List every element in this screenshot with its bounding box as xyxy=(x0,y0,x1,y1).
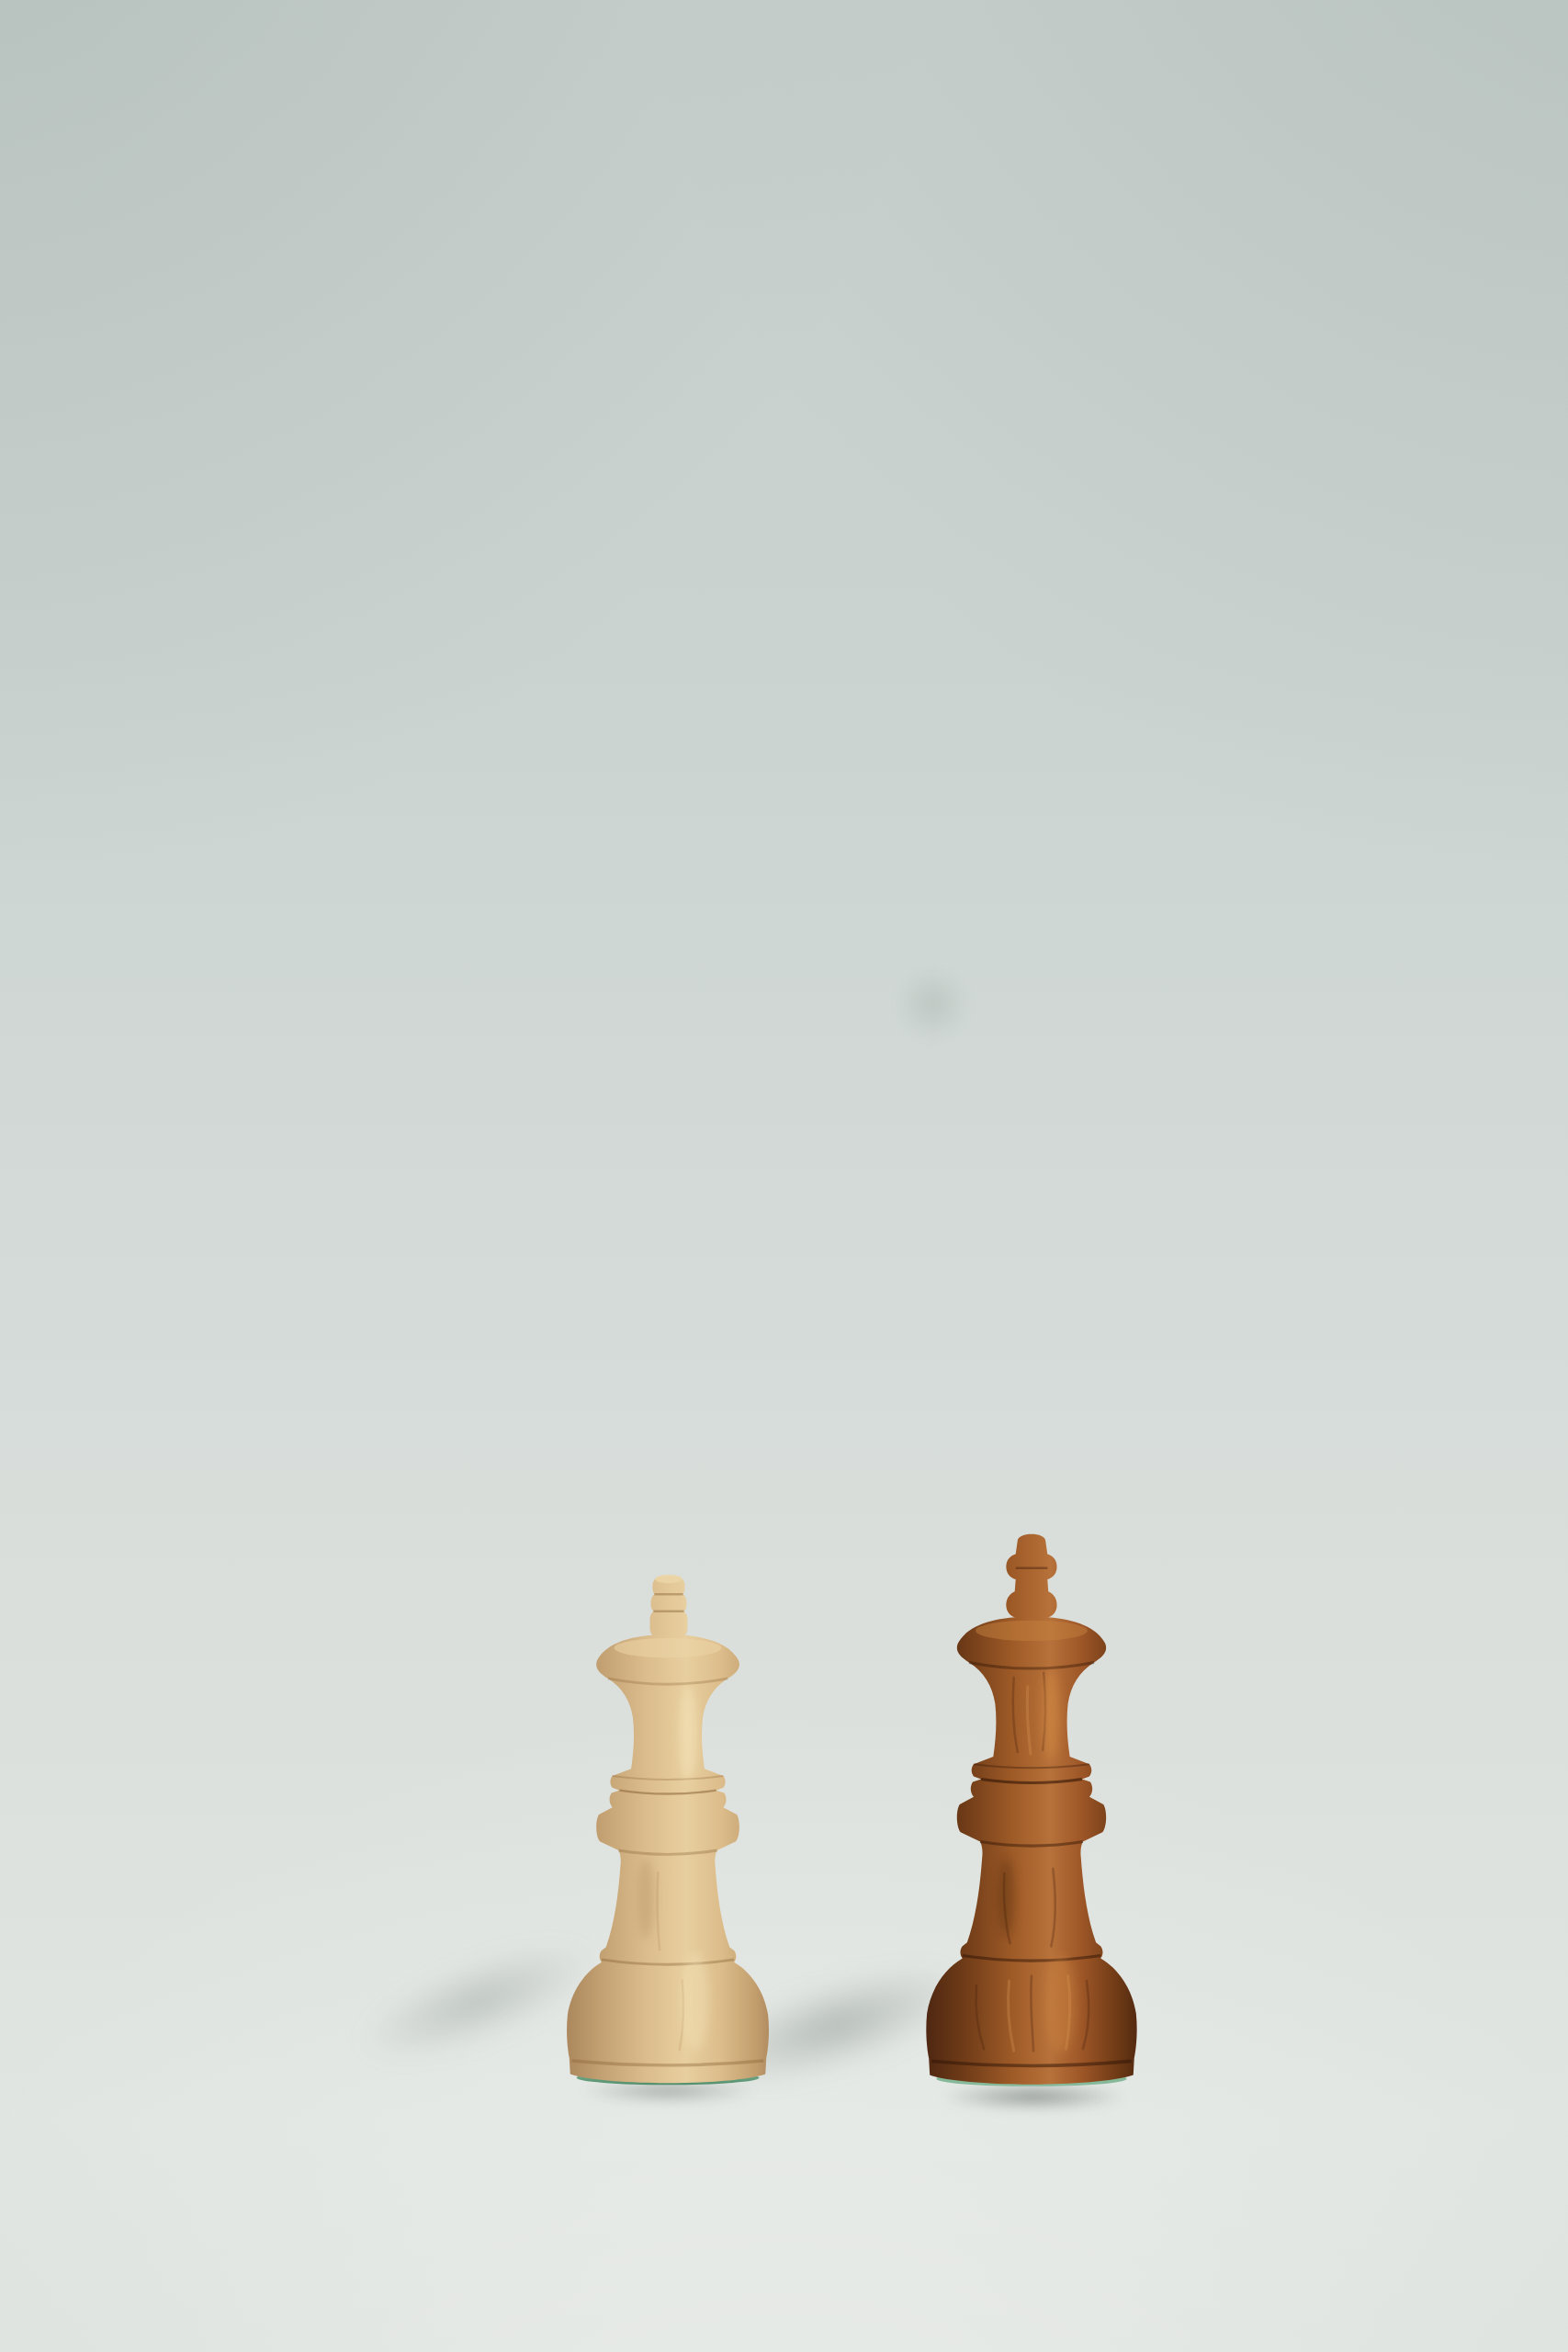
white-king-piece xyxy=(561,1567,776,2096)
black-king-turned-body xyxy=(926,1617,1136,2086)
photo-backdrop xyxy=(0,0,1568,2352)
backdrop-smudge xyxy=(880,951,986,1057)
white-king-body xyxy=(567,1634,769,2083)
black-king-finial xyxy=(1006,1534,1056,1619)
white-king-finial xyxy=(650,1575,688,1638)
black-king-piece xyxy=(920,1524,1145,2098)
